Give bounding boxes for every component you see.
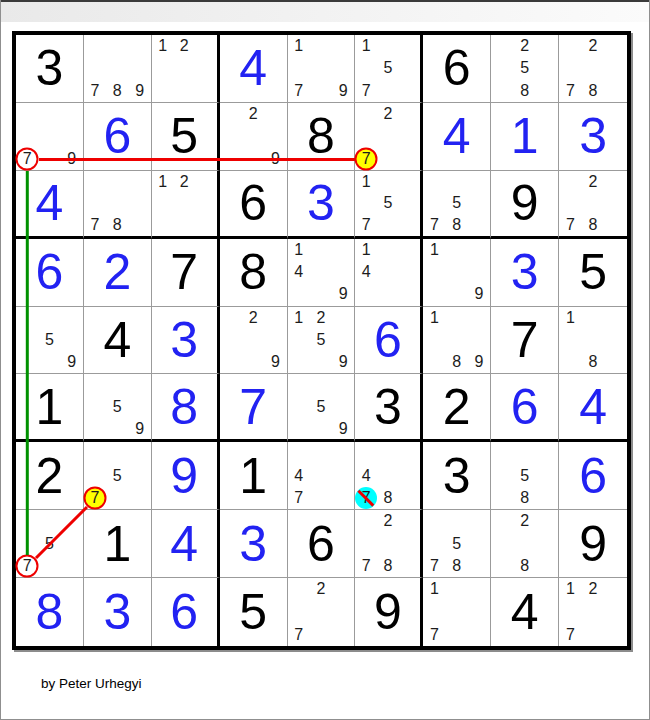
cell-r3c9[interactable]: 278 — [559, 171, 627, 239]
pencil-marks: 28 — [491, 510, 558, 577]
candidate-7: 7 — [559, 623, 582, 646]
candidate-8: 8 — [106, 80, 128, 102]
pencil-marks: 27 — [288, 578, 355, 646]
candidate-2: 2 — [242, 103, 264, 125]
cell-r1c8[interactable]: 258 — [491, 35, 559, 103]
solved-digit: 8 — [16, 578, 83, 646]
candidate-7: 7 — [288, 487, 310, 509]
cell-r4c5[interactable]: 149 — [288, 239, 356, 307]
given-digit: 5 — [559, 239, 627, 306]
candidate-8: 8 — [582, 214, 605, 236]
cell-r8c6[interactable]: 278 — [355, 510, 423, 578]
candidate-9: 9 — [128, 80, 150, 102]
candidate-2: 2 — [310, 307, 332, 329]
cell-r7c7[interactable]: 3 — [423, 442, 491, 510]
app-window: 3789124179157625827879652982741347812631… — [0, 0, 650, 720]
cell-r9c4[interactable]: 5 — [220, 578, 288, 646]
pencil-marks: 19 — [423, 239, 490, 306]
pencil-marks: 478 — [355, 442, 420, 509]
candidate-7: 7 — [84, 487, 106, 509]
candidate-7: 7 — [423, 555, 445, 577]
pencil-marks: 59 — [84, 374, 151, 439]
candidate-1: 1 — [355, 171, 377, 193]
candidate-7: 7 — [355, 214, 377, 236]
candidate-2: 2 — [514, 35, 536, 57]
given-digit: 5 — [152, 103, 217, 170]
pencil-marks: 27 — [355, 103, 420, 170]
given-digit: 3 — [423, 442, 490, 509]
candidate-7: 7 — [423, 214, 445, 236]
candidate-8: 8 — [446, 555, 468, 577]
cell-r5c3[interactable]: 3 — [152, 307, 220, 375]
candidate-1: 1 — [288, 239, 310, 261]
given-digit: 7 — [491, 307, 558, 374]
candidate-5: 5 — [446, 533, 468, 555]
candidate-8: 8 — [582, 351, 605, 373]
candidate-2: 2 — [242, 307, 264, 329]
cell-r4c7[interactable]: 19 — [423, 239, 491, 307]
candidate-1: 1 — [423, 307, 445, 329]
solved-digit: 6 — [491, 374, 558, 439]
pencil-marks: 18 — [559, 307, 627, 374]
cell-r6c4[interactable]: 7 — [220, 374, 288, 442]
cell-r8c3[interactable]: 4 — [152, 510, 220, 578]
candidate-7: 7 — [423, 623, 445, 646]
cell-r2c5[interactable]: 8 — [288, 103, 356, 171]
cell-r3c3[interactable]: 12 — [152, 171, 220, 239]
candidate-4: 4 — [288, 465, 310, 487]
pencil-marks: 29 — [220, 307, 287, 374]
cell-r9c9[interactable]: 127 — [559, 578, 627, 646]
candidate-5: 5 — [377, 192, 399, 214]
candidate-9: 9 — [128, 418, 150, 440]
candidate-9: 9 — [332, 80, 354, 102]
cell-r8c5[interactable]: 6 — [288, 510, 356, 578]
candidate-9: 9 — [332, 351, 354, 373]
cell-r5c2[interactable]: 4 — [84, 307, 152, 375]
cell-r4c8[interactable]: 3 — [491, 239, 559, 307]
cell-r7c6[interactable]: 478 — [355, 442, 423, 510]
candidate-8: 8 — [377, 487, 399, 509]
candidate-1: 1 — [152, 35, 174, 57]
cell-r9c6[interactable]: 9 — [355, 578, 423, 646]
pencil-marks: 58 — [491, 442, 558, 509]
pencil-marks: 278 — [355, 510, 420, 577]
sudoku-board: 3789124179157625827879652982741347812631… — [12, 31, 631, 650]
candidate-9: 9 — [264, 147, 286, 169]
candidate-5: 5 — [310, 396, 332, 418]
given-digit: 2 — [16, 442, 83, 509]
ring-red-icon — [16, 147, 39, 170]
cell-r9c3[interactable]: 6 — [152, 578, 220, 646]
solved-digit: 8 — [152, 374, 217, 439]
given-digit: 1 — [84, 510, 151, 577]
pencil-marks: 179 — [288, 35, 355, 102]
solved-digit: 3 — [152, 307, 217, 374]
solved-digit: 4 — [152, 510, 217, 577]
pencil-marks: 789 — [84, 35, 151, 102]
candidate-4: 4 — [355, 465, 377, 487]
candidate-4: 4 — [355, 261, 377, 283]
pencil-marks: 47 — [288, 442, 355, 509]
sudoku-grid: 3789124179157625827879652982741347812631… — [16, 35, 627, 646]
cell-r5c6[interactable]: 6 — [355, 307, 423, 375]
given-digit: 4 — [84, 307, 151, 374]
candidate-7: 7 — [84, 214, 106, 236]
pencil-marks: 17 — [423, 578, 490, 646]
given-digit: 3 — [355, 374, 420, 439]
candidate-9: 9 — [332, 418, 354, 440]
given-digit: 3 — [16, 35, 83, 102]
given-digit: 5 — [220, 578, 287, 646]
candidate-8: 8 — [377, 555, 399, 577]
solved-digit: 6 — [559, 442, 627, 509]
cell-r7c5[interactable]: 47 — [288, 442, 356, 510]
cell-r3c6[interactable]: 157 — [355, 171, 423, 239]
cell-r1c1[interactable]: 3 — [16, 35, 84, 103]
given-digit: 9 — [491, 171, 558, 236]
cell-r5c9[interactable]: 18 — [559, 307, 627, 375]
given-digit: 9 — [559, 510, 627, 577]
cell-r5c4[interactable]: 29 — [220, 307, 288, 375]
ring-red-icon — [16, 554, 39, 577]
title-bar — [1, 0, 649, 22]
cell-r7c1[interactable]: 2 — [16, 442, 84, 510]
solved-digit: 6 — [355, 307, 420, 374]
cell-r4c1[interactable]: 6 — [16, 239, 84, 307]
pencil-marks: 258 — [491, 35, 558, 102]
candidate-9: 9 — [264, 351, 286, 373]
given-digit: 7 — [152, 239, 217, 306]
given-digit: 1 — [16, 374, 83, 439]
candidate-2: 2 — [310, 578, 332, 601]
cell-r8c8[interactable]: 28 — [491, 510, 559, 578]
cell-r5c7[interactable]: 189 — [423, 307, 491, 375]
cell-r3c7[interactable]: 578 — [423, 171, 491, 239]
cell-r5c5[interactable]: 1259 — [288, 307, 356, 375]
cell-r6c2[interactable]: 59 — [84, 374, 152, 442]
candidate-7: 7 — [288, 80, 310, 102]
cell-r7c2[interactable]: 57 — [84, 442, 152, 510]
cell-r8c2[interactable]: 1 — [84, 510, 152, 578]
cell-r8c9[interactable]: 9 — [559, 510, 627, 578]
candidate-5: 5 — [106, 465, 128, 487]
cell-r5c1[interactable]: 59 — [16, 307, 84, 375]
candidate-1: 1 — [355, 35, 377, 57]
solved-digit: 6 — [84, 103, 151, 170]
given-digit: 2 — [423, 374, 490, 439]
candidate-7: 7 — [355, 80, 377, 102]
candidate-2: 2 — [514, 510, 536, 532]
cell-r9c5[interactable]: 27 — [288, 578, 356, 646]
solved-digit: 4 — [559, 374, 627, 439]
cell-r5c8[interactable]: 7 — [491, 307, 559, 375]
candidate-5: 5 — [38, 533, 60, 555]
cell-r9c7[interactable]: 17 — [423, 578, 491, 646]
candidate-8: 8 — [446, 214, 468, 236]
candidate-9: 9 — [332, 283, 354, 305]
solved-digit: 7 — [220, 374, 287, 439]
candidate-5: 5 — [310, 329, 332, 351]
cell-r2c8[interactable]: 1 — [491, 103, 559, 171]
pencil-marks: 157 — [355, 171, 420, 236]
candidate-1: 1 — [423, 578, 445, 601]
pencil-marks: 1259 — [288, 307, 355, 374]
candidate-1: 1 — [288, 35, 310, 57]
candidate-1: 1 — [559, 578, 582, 601]
pencil-marks: 29 — [220, 103, 287, 170]
candidate-8: 8 — [514, 555, 536, 577]
solved-digit: 6 — [16, 239, 83, 306]
pencil-marks: 57 — [16, 510, 83, 577]
cell-r1c6[interactable]: 157 — [355, 35, 423, 103]
solved-digit: 2 — [84, 239, 151, 306]
pencil-marks: 278 — [559, 171, 627, 236]
candidate-2: 2 — [377, 510, 399, 532]
cell-r4c6[interactable]: 14 — [355, 239, 423, 307]
solved-digit: 3 — [288, 171, 355, 236]
cell-r6c1[interactable]: 1 — [16, 374, 84, 442]
candidate-1: 1 — [559, 307, 582, 329]
cell-r2c7[interactable]: 4 — [423, 103, 491, 171]
cell-r4c4[interactable]: 8 — [220, 239, 288, 307]
cell-r6c3[interactable]: 8 — [152, 374, 220, 442]
cell-r6c5[interactable]: 59 — [288, 374, 356, 442]
candidate-5: 5 — [514, 465, 536, 487]
candidate-5: 5 — [106, 396, 128, 418]
solved-digit: 3 — [559, 103, 627, 170]
candidate-1: 1 — [152, 171, 174, 193]
candidate-7: 7 — [84, 80, 106, 102]
candidate-1: 1 — [355, 239, 377, 261]
cell-r8c4[interactable]: 3 — [220, 510, 288, 578]
candidate-2: 2 — [582, 35, 605, 57]
cell-r7c4[interactable]: 1 — [220, 442, 288, 510]
candidate-9: 9 — [468, 283, 490, 305]
solved-digit: 3 — [491, 239, 558, 306]
cell-r3c4[interactable]: 6 — [220, 171, 288, 239]
candidate-7: 7 — [559, 214, 582, 236]
cell-r4c3[interactable]: 7 — [152, 239, 220, 307]
candidate-5: 5 — [514, 57, 536, 79]
solved-digit: 4 — [16, 171, 83, 236]
pencil-marks: 149 — [288, 239, 355, 306]
cell-r3c5[interactable]: 3 — [288, 171, 356, 239]
candidate-1: 1 — [288, 307, 310, 329]
candidate-7: 7 — [355, 147, 377, 169]
candidate-2: 2 — [377, 103, 399, 125]
cell-r7c8[interactable]: 58 — [491, 442, 559, 510]
cell-r2c4[interactable]: 29 — [220, 103, 288, 171]
pencil-marks: 278 — [559, 35, 627, 102]
candidate-9: 9 — [468, 351, 490, 373]
cell-r6c8[interactable]: 6 — [491, 374, 559, 442]
pencil-marks: 12 — [152, 35, 217, 102]
candidate-7: 7 — [355, 555, 377, 577]
pencil-marks: 79 — [16, 103, 83, 170]
candidate-8: 8 — [514, 80, 536, 102]
cell-r8c1[interactable]: 57 — [16, 510, 84, 578]
cell-r2c3[interactable]: 5 — [152, 103, 220, 171]
given-digit: 4 — [491, 578, 558, 646]
candidate-8: 8 — [514, 487, 536, 509]
candidate-2: 2 — [173, 35, 195, 57]
pencil-marks: 57 — [84, 442, 151, 509]
candidate-8: 8 — [446, 351, 468, 373]
cell-r6c7[interactable]: 2 — [423, 374, 491, 442]
candidate-7: 7 — [16, 147, 38, 169]
cell-r2c9[interactable]: 3 — [559, 103, 627, 171]
given-digit: 6 — [220, 171, 287, 236]
cell-r9c8[interactable]: 4 — [491, 578, 559, 646]
solved-digit: 6 — [152, 578, 217, 646]
cell-r1c5[interactable]: 179 — [288, 35, 356, 103]
pencil-marks: 578 — [423, 171, 490, 236]
given-digit: 1 — [220, 442, 287, 509]
cell-r6c9[interactable]: 4 — [559, 374, 627, 442]
solved-digit: 1 — [491, 103, 558, 170]
solved-digit: 3 — [220, 510, 287, 577]
candidate-2: 2 — [173, 171, 195, 193]
solved-digit: 3 — [84, 578, 151, 646]
pencil-marks: 14 — [355, 239, 420, 306]
cell-r1c2[interactable]: 789 — [84, 35, 152, 103]
cell-r3c2[interactable]: 78 — [84, 171, 152, 239]
given-digit: 6 — [423, 35, 490, 102]
cell-r3c8[interactable]: 9 — [491, 171, 559, 239]
candidate-7: 7 — [16, 555, 38, 577]
cell-r3c1[interactable]: 4 — [16, 171, 84, 239]
pencil-marks: 59 — [288, 374, 355, 439]
pencil-marks: 578 — [423, 510, 490, 577]
given-digit: 6 — [288, 510, 355, 577]
solved-digit: 4 — [423, 103, 490, 170]
candidate-7: 7 — [288, 623, 310, 646]
candidate-7: 7 — [355, 487, 377, 509]
pencil-marks: 78 — [84, 171, 151, 236]
candidate-5: 5 — [446, 192, 468, 214]
cell-r4c9[interactable]: 5 — [559, 239, 627, 307]
solved-digit: 4 — [220, 35, 287, 102]
solved-digit: 9 — [152, 442, 217, 509]
cell-r2c1[interactable]: 79 — [16, 103, 84, 171]
cell-r9c1[interactable]: 8 — [16, 578, 84, 646]
candidate-2: 2 — [582, 578, 605, 601]
cell-r1c7[interactable]: 6 — [423, 35, 491, 103]
candidate-2: 2 — [582, 171, 605, 193]
candidate-7: 7 — [559, 80, 582, 102]
cell-r9c2[interactable]: 3 — [84, 578, 152, 646]
candidate-5: 5 — [38, 329, 60, 351]
given-digit: 9 — [355, 578, 420, 646]
candidate-5: 5 — [377, 57, 399, 79]
candidate-9: 9 — [61, 351, 83, 373]
candidate-9: 9 — [61, 147, 83, 169]
cell-r4c2[interactable]: 2 — [84, 239, 152, 307]
candidate-1: 1 — [423, 239, 445, 261]
cell-r6c6[interactable]: 3 — [355, 374, 423, 442]
cell-r1c4[interactable]: 4 — [220, 35, 288, 103]
candidate-4: 4 — [288, 261, 310, 283]
pencil-marks: 189 — [423, 307, 490, 374]
cell-r1c9[interactable]: 278 — [559, 35, 627, 103]
cell-r7c9[interactable]: 6 — [559, 442, 627, 510]
cell-r8c7[interactable]: 578 — [423, 510, 491, 578]
pencil-marks: 157 — [355, 35, 420, 102]
pencil-marks: 59 — [16, 307, 83, 374]
pencil-marks: 12 — [152, 171, 217, 236]
cell-r2c2[interactable]: 6 — [84, 103, 152, 171]
pencil-marks: 127 — [559, 578, 627, 646]
candidate-8: 8 — [582, 80, 605, 102]
cell-r7c3[interactable]: 9 — [152, 442, 220, 510]
given-digit: 8 — [220, 239, 287, 306]
cell-r2c6[interactable]: 27 — [355, 103, 423, 171]
credit-text: by Peter Urhegyi — [41, 676, 142, 691]
cell-r1c3[interactable]: 12 — [152, 35, 220, 103]
given-digit: 8 — [288, 103, 355, 170]
candidate-8: 8 — [106, 214, 128, 236]
